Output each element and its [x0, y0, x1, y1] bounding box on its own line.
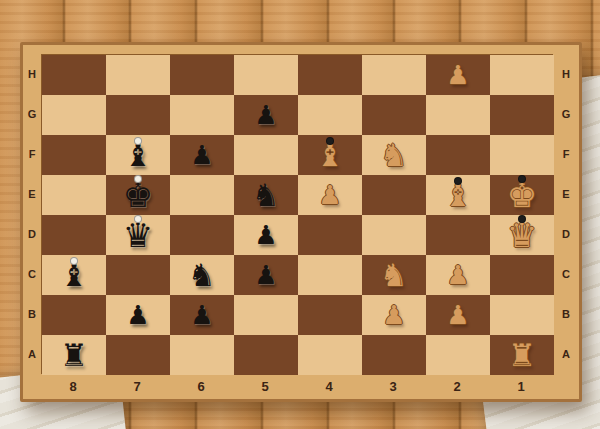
- square-c8[interactable]: ♝: [42, 255, 106, 295]
- square-h8[interactable]: [42, 55, 106, 95]
- square-c4[interactable]: [298, 255, 362, 295]
- square-a1[interactable]: ♜: [490, 335, 554, 375]
- square-g3[interactable]: [362, 95, 426, 135]
- file-label-left-f: F: [23, 134, 41, 174]
- black-bishop-f7[interactable]: ♝: [124, 140, 152, 171]
- file-label-left-e: E: [23, 174, 41, 214]
- white-king-e1[interactable]: ♚: [507, 178, 537, 212]
- square-b6[interactable]: ♟: [170, 295, 234, 335]
- square-c3[interactable]: ♞: [362, 255, 426, 295]
- square-a2[interactable]: [426, 335, 490, 375]
- file-label-left-b: B: [23, 294, 41, 334]
- file-label-left-g: G: [23, 94, 41, 134]
- square-f7[interactable]: ♝: [106, 135, 170, 175]
- black-queen-d7[interactable]: ♛: [123, 218, 153, 252]
- rank-label-8: 8: [41, 374, 105, 399]
- white-queen-d1[interactable]: ♛: [507, 218, 537, 252]
- square-h1[interactable]: [490, 55, 554, 95]
- white-knight-f3[interactable]: ♞: [380, 140, 408, 171]
- chess-board-frame: HGFEDCBA ♟♟♝♟♝♞♚♞♟♝♚♛♟♛♝♞♟♞♟♟♟♟♟♜♜ HGFED…: [20, 42, 582, 402]
- file-label-right-b: B: [553, 294, 579, 334]
- black-pawn-c5[interactable]: ♟: [254, 262, 277, 288]
- file-label-right-g: G: [553, 94, 579, 134]
- square-h3[interactable]: [362, 55, 426, 95]
- square-d5[interactable]: ♟: [234, 215, 298, 255]
- square-e5[interactable]: ♞: [234, 175, 298, 215]
- file-label-left-c: C: [23, 254, 41, 294]
- square-a4[interactable]: [298, 335, 362, 375]
- black-finial-dot: [518, 215, 526, 223]
- black-pawn-b6[interactable]: ♟: [190, 302, 213, 328]
- rank-label-1: 1: [489, 374, 553, 399]
- square-h6[interactable]: [170, 55, 234, 95]
- square-c1[interactable]: [490, 255, 554, 295]
- square-d2[interactable]: [426, 215, 490, 255]
- square-d8[interactable]: [42, 215, 106, 255]
- square-c7[interactable]: [106, 255, 170, 295]
- file-label-right-e: E: [553, 174, 579, 214]
- file-label-right-a: A: [553, 334, 579, 374]
- rank-label-4: 4: [297, 374, 361, 399]
- black-finial-dot: [326, 137, 334, 145]
- white-finial-dot: [134, 175, 142, 183]
- white-pawn-b3[interactable]: ♟: [382, 302, 405, 328]
- white-bishop-f4[interactable]: ♝: [316, 140, 344, 171]
- square-b8[interactable]: [42, 295, 106, 335]
- square-a3[interactable]: [362, 335, 426, 375]
- square-b3[interactable]: ♟: [362, 295, 426, 335]
- square-e1[interactable]: ♚: [490, 175, 554, 215]
- rank-label-3: 3: [361, 374, 425, 399]
- rank-label-7: 7: [105, 374, 169, 399]
- rank-label-5: 5: [233, 374, 297, 399]
- square-h7[interactable]: [106, 55, 170, 95]
- square-e7[interactable]: ♚: [106, 175, 170, 215]
- square-f8[interactable]: [42, 135, 106, 175]
- black-pawn-g5[interactable]: ♟: [254, 102, 277, 128]
- white-finial-dot: [70, 257, 78, 265]
- square-f6[interactable]: ♟: [170, 135, 234, 175]
- square-b4[interactable]: [298, 295, 362, 335]
- square-g2[interactable]: [426, 95, 490, 135]
- square-f5[interactable]: [234, 135, 298, 175]
- rank-labels-bottom: 87654321: [41, 374, 553, 399]
- square-c6[interactable]: ♞: [170, 255, 234, 295]
- black-finial-dot: [518, 175, 526, 183]
- file-labels-right: HGFEDCBA: [553, 54, 579, 374]
- square-e8[interactable]: [42, 175, 106, 215]
- file-label-right-d: D: [553, 214, 579, 254]
- square-g8[interactable]: [42, 95, 106, 135]
- square-a6[interactable]: [170, 335, 234, 375]
- square-h5[interactable]: [234, 55, 298, 95]
- square-d6[interactable]: [170, 215, 234, 255]
- white-pawn-h2[interactable]: ♟: [446, 62, 469, 88]
- file-label-right-f: F: [553, 134, 579, 174]
- square-f1[interactable]: [490, 135, 554, 175]
- square-g5[interactable]: ♟: [234, 95, 298, 135]
- rank-label-6: 6: [169, 374, 233, 399]
- square-e4[interactable]: ♟: [298, 175, 362, 215]
- white-pawn-e4[interactable]: ♟: [318, 182, 341, 208]
- square-c2[interactable]: ♟: [426, 255, 490, 295]
- white-knight-c3[interactable]: ♞: [380, 260, 408, 291]
- black-pawn-f6[interactable]: ♟: [190, 142, 213, 168]
- square-c5[interactable]: ♟: [234, 255, 298, 295]
- square-h2[interactable]: ♟: [426, 55, 490, 95]
- square-a5[interactable]: [234, 335, 298, 375]
- square-b2[interactable]: ♟: [426, 295, 490, 335]
- white-finial-dot: [134, 137, 142, 145]
- chess-photo-scene: HGFEDCBA ♟♟♝♟♝♞♚♞♟♝♚♛♟♛♝♞♟♞♟♟♟♟♟♜♜ HGFED…: [0, 0, 600, 429]
- square-b1[interactable]: [490, 295, 554, 335]
- square-g6[interactable]: [170, 95, 234, 135]
- square-e2[interactable]: ♝: [426, 175, 490, 215]
- square-d4[interactable]: [298, 215, 362, 255]
- black-king-e7[interactable]: ♚: [123, 178, 153, 212]
- file-labels-left: HGFEDCBA: [23, 54, 41, 374]
- white-rook-a1[interactable]: ♜: [508, 340, 536, 371]
- square-e3[interactable]: [362, 175, 426, 215]
- file-label-left-d: D: [23, 214, 41, 254]
- black-pawn-d5[interactable]: ♟: [254, 222, 277, 248]
- square-d7[interactable]: ♛: [106, 215, 170, 255]
- black-bishop-c8[interactable]: ♝: [60, 260, 88, 291]
- square-a8[interactable]: ♜: [42, 335, 106, 375]
- square-h4[interactable]: [298, 55, 362, 95]
- square-a7[interactable]: [106, 335, 170, 375]
- white-pawn-b2[interactable]: ♟: [446, 302, 469, 328]
- square-g7[interactable]: [106, 95, 170, 135]
- file-label-right-c: C: [553, 254, 579, 294]
- rank-label-2: 2: [425, 374, 489, 399]
- square-b5[interactable]: [234, 295, 298, 335]
- white-bishop-e2[interactable]: ♝: [444, 180, 472, 211]
- square-b7[interactable]: ♟: [106, 295, 170, 335]
- square-f4[interactable]: ♝: [298, 135, 362, 175]
- black-pawn-b7[interactable]: ♟: [126, 302, 149, 328]
- square-d3[interactable]: [362, 215, 426, 255]
- black-knight-e5[interactable]: ♞: [252, 180, 280, 211]
- square-g4[interactable]: [298, 95, 362, 135]
- file-label-right-h: H: [553, 54, 579, 94]
- black-rook-a8[interactable]: ♜: [60, 340, 88, 371]
- chess-board[interactable]: ♟♟♝♟♝♞♚♞♟♝♚♛♟♛♝♞♟♞♟♟♟♟♟♜♜: [41, 54, 553, 374]
- file-label-left-a: A: [23, 334, 41, 374]
- square-e6[interactable]: [170, 175, 234, 215]
- square-f3[interactable]: ♞: [362, 135, 426, 175]
- white-pawn-c2[interactable]: ♟: [446, 262, 469, 288]
- square-f2[interactable]: [426, 135, 490, 175]
- file-label-left-h: H: [23, 54, 41, 94]
- black-finial-dot: [454, 177, 462, 185]
- square-d1[interactable]: ♛: [490, 215, 554, 255]
- white-finial-dot: [134, 215, 142, 223]
- black-knight-c6[interactable]: ♞: [188, 260, 216, 291]
- square-g1[interactable]: [490, 95, 554, 135]
